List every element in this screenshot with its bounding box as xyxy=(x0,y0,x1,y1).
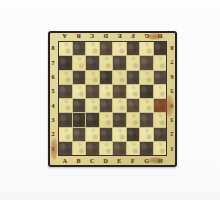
square-d5 xyxy=(100,85,113,98)
square-b1 xyxy=(73,142,86,155)
file-label-top-b: B xyxy=(72,32,86,41)
file-label-top-d: D xyxy=(99,32,113,41)
square-d7 xyxy=(100,56,113,69)
rank-label-right-8: 8 xyxy=(168,41,176,55)
square-f2 xyxy=(127,128,140,141)
rank-label-left-3: 3 xyxy=(49,113,57,127)
square-e8 xyxy=(113,42,126,55)
rank-label-left-7: 7 xyxy=(49,55,57,69)
square-g3 xyxy=(140,113,153,126)
file-label-top-h: H xyxy=(153,32,167,41)
file-label-bottom-g: G xyxy=(140,156,154,165)
rank-label-left-2: 2 xyxy=(49,127,57,141)
square-h6 xyxy=(154,71,167,84)
square-f4 xyxy=(127,99,140,112)
square-h3 xyxy=(154,113,167,126)
square-b4 xyxy=(73,99,86,112)
square-e6 xyxy=(113,71,126,84)
file-label-bottom-e: E xyxy=(113,156,127,165)
square-c6 xyxy=(86,71,99,84)
board-field xyxy=(58,41,167,156)
square-c2 xyxy=(86,128,99,141)
square-h7 xyxy=(154,56,167,69)
file-label-bottom-h: H xyxy=(153,156,167,165)
rank-label-left-5: 5 xyxy=(49,84,57,98)
square-h2 xyxy=(154,128,167,141)
rank-labels-right: 87654321 xyxy=(168,41,176,156)
square-f8 xyxy=(127,42,140,55)
square-b2 xyxy=(73,128,86,141)
square-b5 xyxy=(73,85,86,98)
square-f7 xyxy=(127,56,140,69)
file-labels-top: ABCDEFGH xyxy=(58,32,167,41)
rank-label-left-6: 6 xyxy=(49,70,57,84)
file-label-bottom-d: D xyxy=(99,156,113,165)
square-g6 xyxy=(140,71,153,84)
square-g4 xyxy=(140,99,153,112)
square-d8 xyxy=(100,42,113,55)
square-g7 xyxy=(140,56,153,69)
square-a4 xyxy=(59,99,72,112)
square-d2 xyxy=(100,128,113,141)
square-a7 xyxy=(59,56,72,69)
rank-label-right-7: 7 xyxy=(168,55,176,69)
square-c8 xyxy=(86,42,99,55)
rank-labels-left: 87654321 xyxy=(49,41,57,156)
square-g1 xyxy=(140,142,153,155)
file-labels-bottom: ABCDEFGH xyxy=(58,156,167,165)
photo-background: ABCDEFGH ABCDEFGH 87654321 87654321 xyxy=(0,0,220,200)
square-e3 xyxy=(113,113,126,126)
file-label-top-c: C xyxy=(85,32,99,41)
rank-label-left-4: 4 xyxy=(49,99,57,113)
square-h5 xyxy=(154,85,167,98)
rank-label-right-1: 1 xyxy=(168,142,176,156)
square-e5 xyxy=(113,85,126,98)
file-label-top-a: A xyxy=(58,32,72,41)
rank-label-right-2: 2 xyxy=(168,127,176,141)
rank-label-left-8: 8 xyxy=(49,41,57,55)
square-f3 xyxy=(127,113,140,126)
square-b7 xyxy=(73,56,86,69)
file-label-bottom-c: C xyxy=(85,156,99,165)
rank-label-right-3: 3 xyxy=(168,113,176,127)
square-a6 xyxy=(59,71,72,84)
square-g2 xyxy=(140,128,153,141)
square-e4 xyxy=(113,99,126,112)
file-label-top-e: E xyxy=(113,32,127,41)
file-label-bottom-f: F xyxy=(126,156,140,165)
square-c5 xyxy=(86,85,99,98)
square-e1 xyxy=(113,142,126,155)
square-d3 xyxy=(100,113,113,126)
square-a3 xyxy=(59,113,72,126)
square-f6 xyxy=(127,71,140,84)
square-c1 xyxy=(86,142,99,155)
square-a8 xyxy=(59,42,72,55)
rank-label-right-4: 4 xyxy=(168,99,176,113)
square-h8 xyxy=(154,42,167,55)
rank-label-left-1: 1 xyxy=(49,142,57,156)
square-g8 xyxy=(140,42,153,55)
file-label-bottom-b: B xyxy=(72,156,86,165)
square-a2 xyxy=(59,128,72,141)
square-e2 xyxy=(113,128,126,141)
square-g5 xyxy=(140,85,153,98)
square-f5 xyxy=(127,85,140,98)
square-e7 xyxy=(113,56,126,69)
square-c4 xyxy=(86,99,99,112)
square-d6 xyxy=(100,71,113,84)
square-d1 xyxy=(100,142,113,155)
square-f1 xyxy=(127,142,140,155)
square-h4 xyxy=(154,99,167,112)
square-h1 xyxy=(154,142,167,155)
file-label-top-g: G xyxy=(140,32,154,41)
rank-label-right-5: 5 xyxy=(168,84,176,98)
square-b8 xyxy=(73,42,86,55)
file-label-top-f: F xyxy=(126,32,140,41)
square-b3 xyxy=(73,113,86,126)
square-c3 xyxy=(86,113,99,126)
square-c7 xyxy=(86,56,99,69)
rank-label-right-6: 6 xyxy=(168,70,176,84)
square-d4 xyxy=(100,99,113,112)
square-b6 xyxy=(73,71,86,84)
square-a1 xyxy=(59,142,72,155)
square-a5 xyxy=(59,85,72,98)
file-label-bottom-a: A xyxy=(58,156,72,165)
chessboard: ABCDEFGH ABCDEFGH 87654321 87654321 xyxy=(48,31,177,167)
